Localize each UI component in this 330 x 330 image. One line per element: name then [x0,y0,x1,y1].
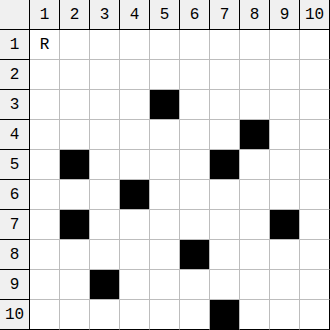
cell-r5c1[interactable] [30,150,60,180]
cell-r4c5[interactable] [150,120,180,150]
cell-r3c6[interactable] [180,90,210,120]
cell-r6c6[interactable] [180,180,210,210]
blocked-cell-r5c7 [210,150,240,180]
cell-r6c8[interactable] [240,180,270,210]
cell-r4c10[interactable] [300,120,330,150]
cell-r5c10[interactable] [300,150,330,180]
cell-r1c7[interactable] [210,30,240,60]
cell-r2c10[interactable] [300,60,330,90]
cell-r2c3[interactable] [90,60,120,90]
blocked-cell-r8c6 [180,240,210,270]
row-header-8: 8 [0,240,30,270]
cell-r2c9[interactable] [270,60,300,90]
cell-r8c2[interactable] [60,240,90,270]
blocked-cell-r4c8 [240,120,270,150]
cell-r8c9[interactable] [270,240,300,270]
blocked-cell-r5c2 [60,150,90,180]
row-header-1: 1 [0,30,30,60]
col-header-9: 9 [270,0,300,30]
col-header-2: 2 [60,0,90,30]
cell-r7c6[interactable] [180,210,210,240]
cell-r8c4[interactable] [120,240,150,270]
corner-cell [0,0,30,30]
cell-r7c3[interactable] [90,210,120,240]
col-header-1: 1 [30,0,60,30]
row-header-5: 5 [0,150,30,180]
cell-r10c4[interactable] [120,300,150,330]
cell-r1c2[interactable] [60,30,90,60]
row-header-7: 7 [0,210,30,240]
cell-r1c8[interactable] [240,30,270,60]
cell-r4c6[interactable] [180,120,210,150]
cell-r7c7[interactable] [210,210,240,240]
cell-r3c7[interactable] [210,90,240,120]
cell-r7c1[interactable] [30,210,60,240]
cell-r8c5[interactable] [150,240,180,270]
cell-r8c3[interactable] [90,240,120,270]
cell-r7c8[interactable] [240,210,270,240]
cell-r9c6[interactable] [180,270,210,300]
blocked-cell-r9c3 [90,270,120,300]
blocked-cell-r6c4 [120,180,150,210]
blocked-cell-r3c5 [150,90,180,120]
cell-r7c10[interactable] [300,210,330,240]
cell-r9c7[interactable] [210,270,240,300]
cell-r3c9[interactable] [270,90,300,120]
cell-r3c3[interactable] [90,90,120,120]
cell-r4c1[interactable] [30,120,60,150]
cell-r9c9[interactable] [270,270,300,300]
cell-r4c2[interactable] [60,120,90,150]
blocked-cell-r7c2 [60,210,90,240]
cell-r1c4[interactable] [120,30,150,60]
cell-r2c5[interactable] [150,60,180,90]
cell-r4c3[interactable] [90,120,120,150]
cell-r5c5[interactable] [150,150,180,180]
cell-r9c1[interactable] [30,270,60,300]
cell-r1c3[interactable] [90,30,120,60]
cell-r4c7[interactable] [210,120,240,150]
cell-r6c5[interactable] [150,180,180,210]
cell-r2c7[interactable] [210,60,240,90]
puzzle-board: 123456789101R2345678910 [0,0,330,330]
cell-r10c8[interactable] [240,300,270,330]
col-header-6: 6 [180,0,210,30]
blocked-cell-r10c7 [210,300,240,330]
cell-r3c10[interactable] [300,90,330,120]
cell-r4c4[interactable] [120,120,150,150]
blocked-cell-r7c9 [270,210,300,240]
cell-r3c2[interactable] [60,90,90,120]
row-header-4: 4 [0,120,30,150]
cell-r1c9[interactable] [270,30,300,60]
col-header-7: 7 [210,0,240,30]
cell-r8c8[interactable] [240,240,270,270]
cell-r10c2[interactable] [60,300,90,330]
col-header-3: 3 [90,0,120,30]
cell-r2c4[interactable] [120,60,150,90]
cell-r5c3[interactable] [90,150,120,180]
cell-r1c6[interactable] [180,30,210,60]
cell-r6c1[interactable] [30,180,60,210]
cell-r9c10[interactable] [300,270,330,300]
col-header-5: 5 [150,0,180,30]
cell-r6c7[interactable] [210,180,240,210]
cell-r2c8[interactable] [240,60,270,90]
cell-r6c2[interactable] [60,180,90,210]
cell-r5c9[interactable] [270,150,300,180]
cell-r5c6[interactable] [180,150,210,180]
cell-r7c4[interactable] [120,210,150,240]
row-header-9: 9 [0,270,30,300]
cell-r6c10[interactable] [300,180,330,210]
cell-r1c5[interactable] [150,30,180,60]
cell-r10c10[interactable] [300,300,330,330]
robot-cell-r1c1[interactable]: R [30,30,60,60]
cell-r2c2[interactable] [60,60,90,90]
cell-r10c3[interactable] [90,300,120,330]
col-header-4: 4 [120,0,150,30]
row-header-10: 10 [0,300,30,330]
cell-r2c1[interactable] [30,60,60,90]
cell-r6c3[interactable] [90,180,120,210]
cell-r2c6[interactable] [180,60,210,90]
cell-r5c8[interactable] [240,150,270,180]
cell-r10c5[interactable] [150,300,180,330]
row-header-2: 2 [0,60,30,90]
cell-r3c4[interactable] [120,90,150,120]
cell-r8c10[interactable] [300,240,330,270]
cell-r5c4[interactable] [120,150,150,180]
row-header-6: 6 [0,180,30,210]
col-header-8: 8 [240,0,270,30]
cell-r4c9[interactable] [270,120,300,150]
cell-r1c10[interactable] [300,30,330,60]
cell-r10c9[interactable] [270,300,300,330]
cell-r10c1[interactable] [30,300,60,330]
col-header-10: 10 [300,0,330,30]
cell-r3c1[interactable] [30,90,60,120]
cell-r8c1[interactable] [30,240,60,270]
cell-r3c8[interactable] [240,90,270,120]
cell-r6c9[interactable] [270,180,300,210]
cell-r8c7[interactable] [210,240,240,270]
row-header-3: 3 [0,90,30,120]
cell-r9c8[interactable] [240,270,270,300]
cell-r9c4[interactable] [120,270,150,300]
cell-r7c5[interactable] [150,210,180,240]
cell-r9c2[interactable] [60,270,90,300]
cell-r9c5[interactable] [150,270,180,300]
cell-r10c6[interactable] [180,300,210,330]
